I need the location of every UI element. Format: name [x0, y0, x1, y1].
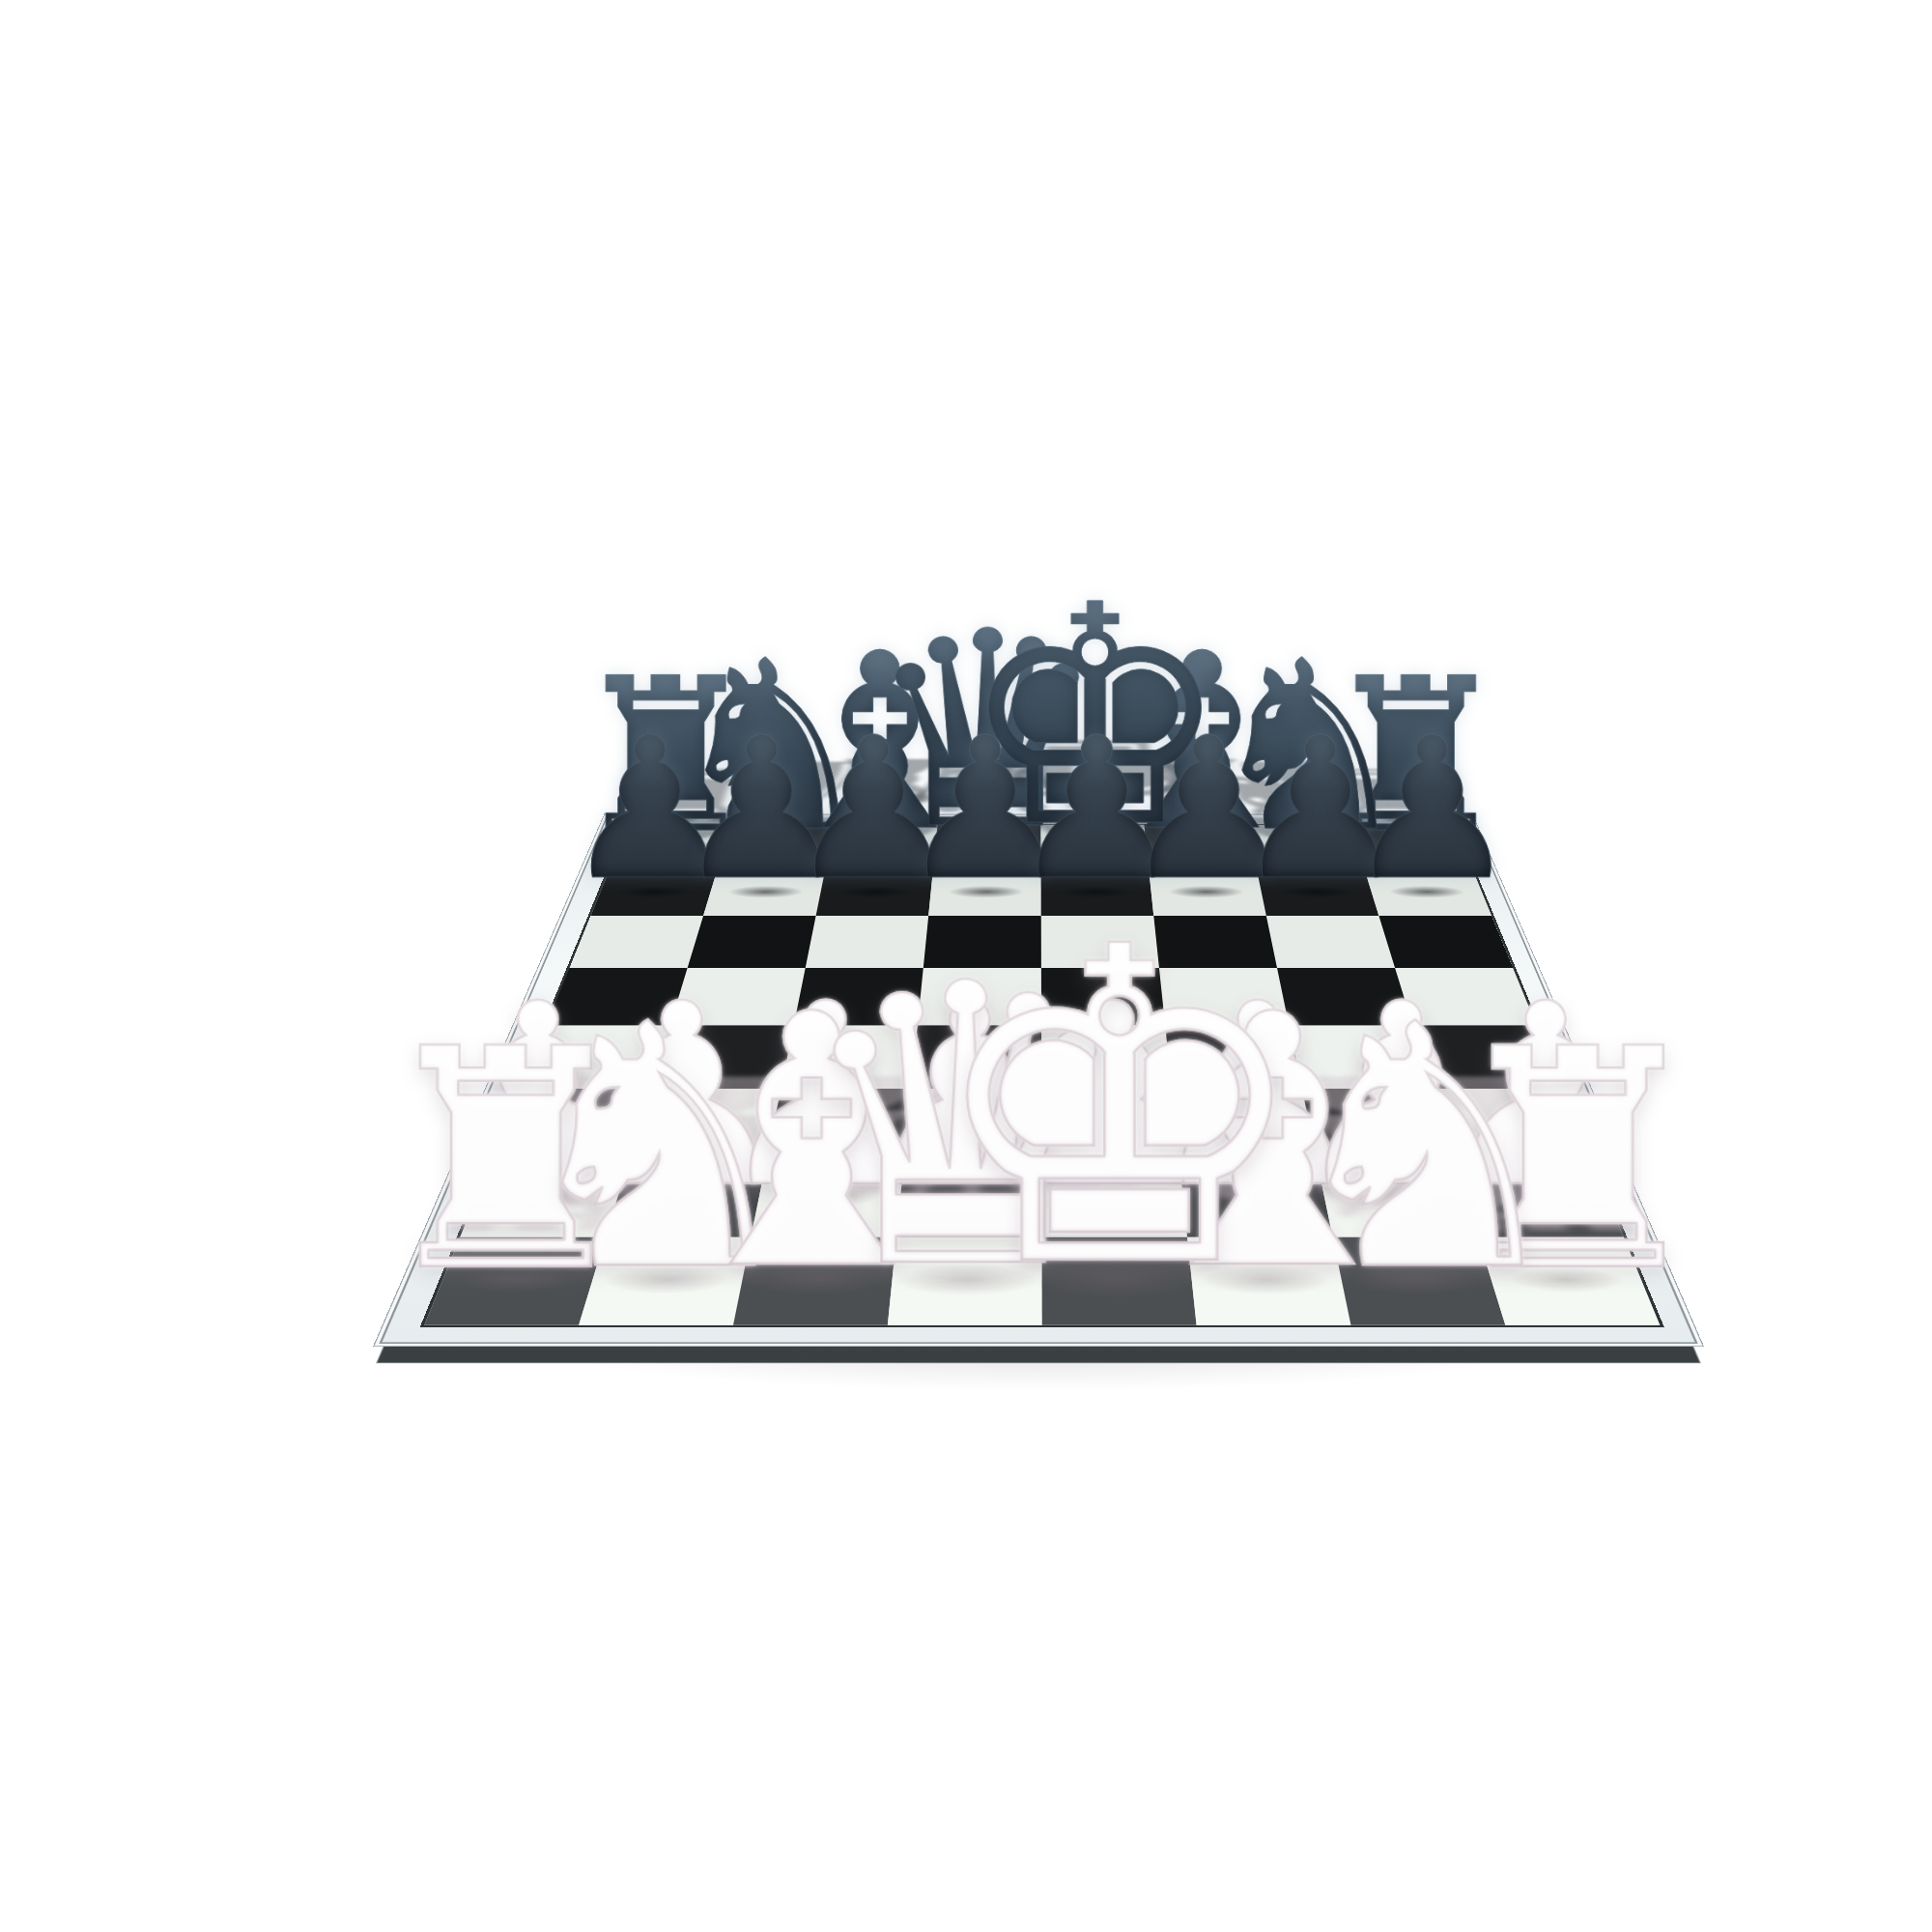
- board-grid: ♜♜♞♞♝♝♛♛♚♚♝♝♞♞♜♜♟♟♟♟♟♟♟♟♟♟♟♟♟♟♟♟♟♟♟♟♟♟♟♟…: [420, 824, 1664, 1327]
- piece-glyph: ♚: [924, 893, 1315, 1327]
- scene: ♜♜♞♞♝♝♛♛♚♚♝♝♞♞♜♜♟♟♟♟♟♟♟♟♟♟♟♟♟♟♟♟♟♟♟♟♟♟♟♟…: [0, 0, 1932, 1932]
- square-e1: ♚♚: [1042, 1237, 1197, 1325]
- piece-glyph: ♟: [1345, 712, 1520, 907]
- square-h7: ♟♟: [1364, 868, 1492, 916]
- chessboard: ♜♜♞♞♝♝♛♛♚♚♝♝♞♞♜♜♟♟♟♟♟♟♟♟♟♟♟♟♟♟♟♟♟♟♟♟♟♟♟♟…: [379, 814, 1697, 1344]
